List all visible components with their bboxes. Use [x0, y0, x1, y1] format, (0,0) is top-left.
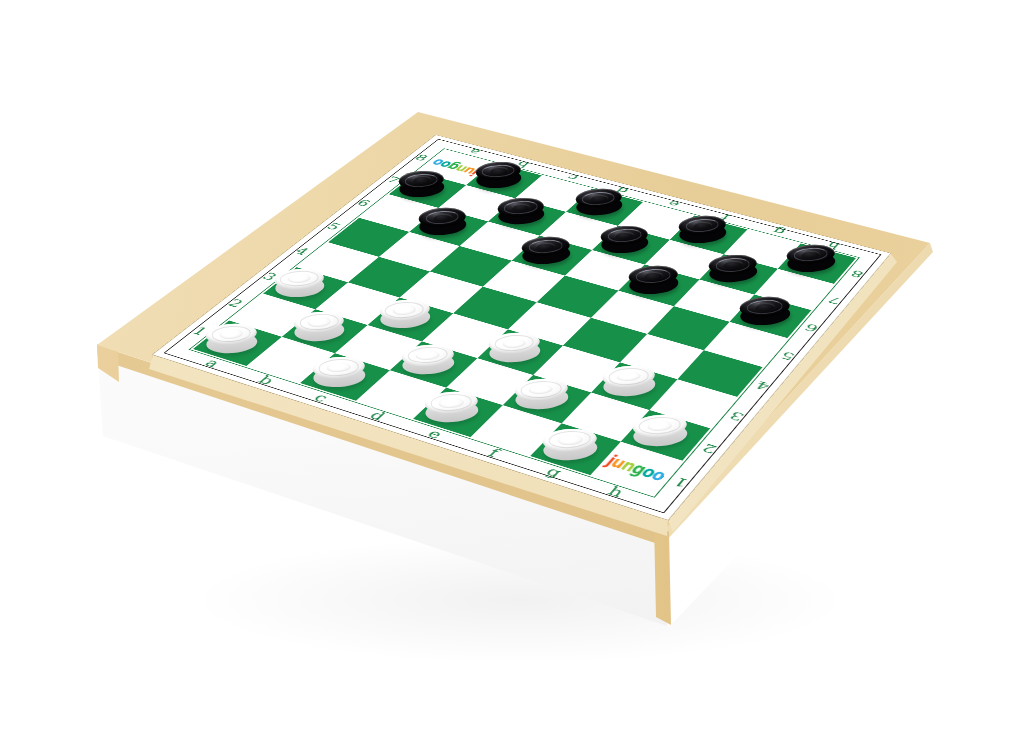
piece-white[interactable]	[514, 377, 569, 411]
piece-black[interactable]	[475, 161, 522, 190]
piece-black[interactable]	[575, 187, 623, 216]
piece-black[interactable]	[521, 235, 570, 265]
piece-white[interactable]	[424, 391, 479, 425]
piece-white[interactable]	[542, 427, 598, 462]
piece-white[interactable]	[312, 356, 366, 389]
piece-black[interactable]	[398, 170, 445, 199]
piece-black[interactable]	[787, 243, 837, 273]
piece-black[interactable]	[708, 254, 758, 285]
piece-black[interactable]	[419, 207, 467, 237]
piece-black[interactable]	[628, 265, 678, 296]
piece-white[interactable]	[205, 322, 258, 354]
piece-white[interactable]	[401, 343, 454, 376]
piece-white[interactable]	[293, 310, 345, 342]
piece-white[interactable]	[602, 365, 656, 398]
pieces-layer	[0, 0, 1024, 736]
piece-black[interactable]	[497, 197, 545, 227]
piece-white[interactable]	[379, 298, 431, 330]
product-photo-scene: aa11bb22cc33dd44ee55ff66gg77hh88 jungooj…	[0, 0, 1024, 736]
piece-black[interactable]	[678, 215, 727, 245]
piece-white[interactable]	[274, 267, 325, 298]
piece-white[interactable]	[632, 413, 688, 447]
piece-black[interactable]	[739, 295, 790, 327]
piece-white[interactable]	[488, 331, 541, 364]
piece-black[interactable]	[600, 225, 649, 255]
